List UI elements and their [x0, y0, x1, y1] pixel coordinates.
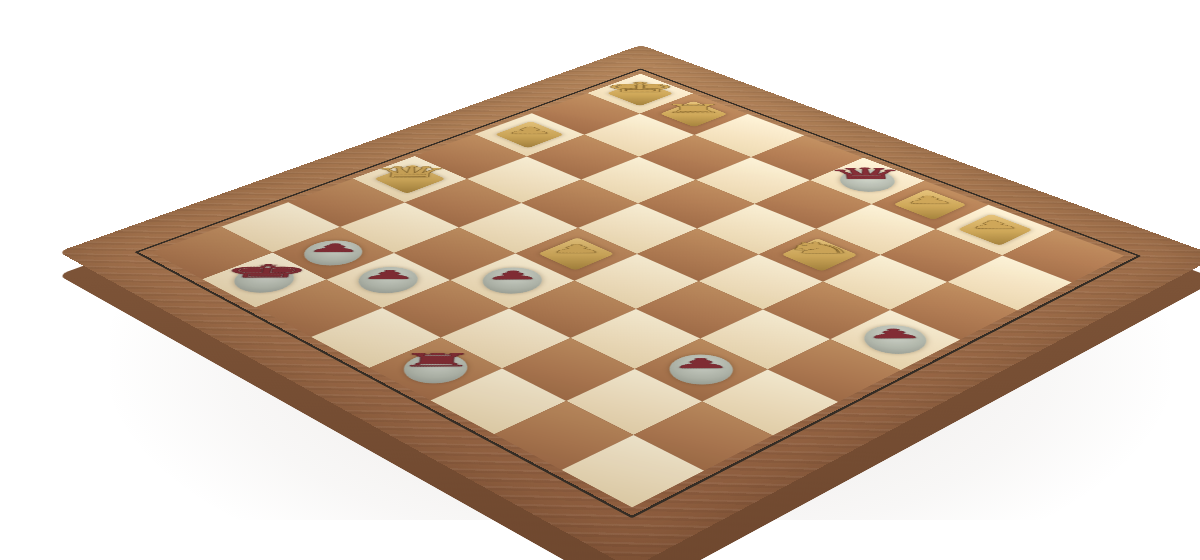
square-a1[interactable]	[151, 227, 272, 280]
egypt-queen-icon: ♛	[370, 164, 452, 179]
rome-pawn-icon: ♟	[863, 327, 925, 340]
rome-pawn-icon: ♟	[484, 269, 542, 281]
egypt-pawn-icon: ♟	[548, 243, 604, 254]
egypt-rook-icon: ♜	[661, 103, 727, 115]
egypt-pawn-icon: ♟	[504, 126, 555, 135]
square-d3[interactable]: ♟	[450, 254, 574, 309]
rome-pawn-icon: ♟	[305, 242, 363, 253]
rome-pawn-icon: ♟	[360, 269, 419, 281]
rome-pawn-icon: ♟	[671, 357, 732, 371]
rome-rook-icon: ♜	[395, 351, 477, 369]
egypt-knight-icon: ♞	[780, 240, 857, 256]
egypt-king-icon: ♚	[603, 80, 678, 93]
product-photo-scene: ♚♜♛♟♟♟♞♟♛♟♟♟♟♟♚♜	[0, 0, 1200, 560]
egypt-pawn-icon: ♟	[901, 195, 957, 206]
rome-queen-icon: ♛	[825, 166, 907, 181]
